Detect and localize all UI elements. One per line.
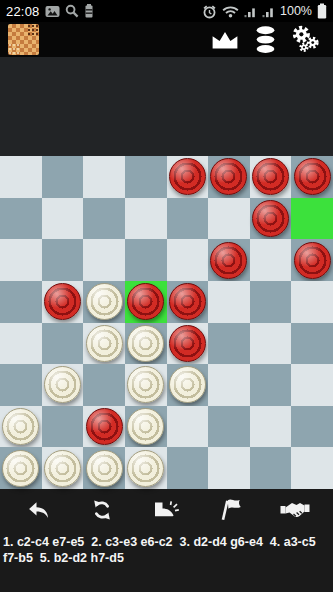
settings-gears-icon <box>291 25 320 54</box>
square-b5[interactable] <box>42 281 84 323</box>
square-h2[interactable] <box>291 406 333 448</box>
search-notification-icon <box>65 4 79 18</box>
red-piece-g8[interactable] <box>252 158 289 195</box>
square-e7[interactable] <box>167 198 209 240</box>
wifi-icon <box>222 5 239 18</box>
white-piece-e3[interactable] <box>169 366 206 403</box>
white-piece-d1[interactable] <box>127 450 164 487</box>
square-c2[interactable] <box>83 406 125 448</box>
white-piece-d2[interactable] <box>127 408 164 445</box>
move-list-line2: f7-b5 5. b2-d2 h7-d5 <box>3 550 330 566</box>
square-f8[interactable] <box>208 156 250 198</box>
bottom-action-bar <box>0 489 333 530</box>
battery-saver-notification-icon <box>84 4 94 18</box>
resign-button[interactable] <box>208 492 254 528</box>
image-notification-icon <box>45 5 60 18</box>
square-g6[interactable] <box>250 239 292 281</box>
red-piece-c2[interactable] <box>86 408 123 445</box>
white-piece-c4[interactable] <box>86 325 123 362</box>
square-b1[interactable] <box>42 447 84 489</box>
square-g4[interactable] <box>250 323 292 365</box>
red-piece-e8[interactable] <box>169 158 206 195</box>
white-piece-a2[interactable] <box>2 408 39 445</box>
kick-boot-icon <box>152 499 180 521</box>
square-d2[interactable] <box>125 406 167 448</box>
red-piece-e5[interactable] <box>169 283 206 320</box>
square-h5[interactable] <box>291 281 333 323</box>
square-b8[interactable] <box>42 156 84 198</box>
square-d7[interactable] <box>125 198 167 240</box>
crown-button[interactable] <box>205 24 245 56</box>
square-c3[interactable] <box>83 364 125 406</box>
red-piece-d5[interactable] <box>127 283 164 320</box>
flag-icon <box>218 497 244 523</box>
settings-button[interactable] <box>285 24 325 56</box>
square-c8[interactable] <box>83 156 125 198</box>
square-a6[interactable] <box>0 239 42 281</box>
square-f4[interactable] <box>208 323 250 365</box>
square-b6[interactable] <box>42 239 84 281</box>
square-f1[interactable] <box>208 447 250 489</box>
status-bar: 22:08 100% <box>0 0 333 22</box>
square-c7[interactable] <box>83 198 125 240</box>
handshake-icon <box>280 499 310 521</box>
red-piece-g7[interactable] <box>252 200 289 237</box>
square-g5[interactable] <box>250 281 292 323</box>
draw-offer-button[interactable] <box>272 492 318 528</box>
white-piece-d3[interactable] <box>127 366 164 403</box>
white-piece-a1[interactable] <box>2 450 39 487</box>
square-g1[interactable] <box>250 447 292 489</box>
square-d6[interactable] <box>125 239 167 281</box>
square-b4[interactable] <box>42 323 84 365</box>
square-e4[interactable] <box>167 323 209 365</box>
alarm-icon <box>202 4 217 19</box>
square-g2[interactable] <box>250 406 292 448</box>
move-list: 1. c2-c4 e7-e5 2. c3-e3 e6-c2 3. d2-d4 g… <box>0 530 333 566</box>
red-piece-h8[interactable] <box>294 158 331 195</box>
red-piece-f8[interactable] <box>210 158 247 195</box>
signal-sim2-icon <box>262 5 275 18</box>
square-e1[interactable] <box>167 447 209 489</box>
square-g3[interactable] <box>250 364 292 406</box>
square-b2[interactable] <box>42 406 84 448</box>
move-list-line1: 1. c2-c4 e7-e5 2. c3-e3 e6-c2 3. d2-d4 g… <box>3 534 330 550</box>
white-piece-c5[interactable] <box>86 283 123 320</box>
square-d5[interactable] <box>125 281 167 323</box>
red-piece-e4[interactable] <box>169 325 206 362</box>
white-piece-c1[interactable] <box>86 450 123 487</box>
square-h3[interactable] <box>291 364 333 406</box>
database-icon <box>253 25 278 55</box>
square-h4[interactable] <box>291 323 333 365</box>
square-a2[interactable] <box>0 406 42 448</box>
white-piece-b3[interactable] <box>44 366 81 403</box>
square-a7[interactable] <box>0 198 42 240</box>
restart-button[interactable] <box>79 492 125 528</box>
square-c4[interactable] <box>83 323 125 365</box>
upper-empty-panel <box>0 57 333 156</box>
white-piece-d4[interactable] <box>127 325 164 362</box>
square-g8[interactable] <box>250 156 292 198</box>
square-f3[interactable] <box>208 364 250 406</box>
white-piece-b1[interactable] <box>44 450 81 487</box>
app-screen: 22:08 100% <box>0 0 333 592</box>
app-toolbar <box>0 22 333 57</box>
square-e5[interactable] <box>167 281 209 323</box>
red-piece-h6[interactable] <box>294 242 331 279</box>
cycle-arrows-icon <box>90 497 114 523</box>
red-piece-b5[interactable] <box>44 283 81 320</box>
square-b3[interactable] <box>42 364 84 406</box>
undo-button[interactable] <box>15 492 61 528</box>
square-e8[interactable] <box>167 156 209 198</box>
square-d8[interactable] <box>125 156 167 198</box>
battery-percent: 100% <box>280 4 312 18</box>
square-f2[interactable] <box>208 406 250 448</box>
square-h6[interactable] <box>291 239 333 281</box>
square-f7[interactable] <box>208 198 250 240</box>
square-g7[interactable] <box>250 198 292 240</box>
square-c6[interactable] <box>83 239 125 281</box>
square-d4[interactable] <box>125 323 167 365</box>
square-h7[interactable] <box>291 198 333 240</box>
square-f5[interactable] <box>208 281 250 323</box>
square-e2[interactable] <box>167 406 209 448</box>
app-logo-checkerboard-icon <box>8 24 39 55</box>
red-piece-f6[interactable] <box>210 242 247 279</box>
square-f6[interactable] <box>208 239 250 281</box>
undo-arrow-icon <box>25 498 52 522</box>
square-e6[interactable] <box>167 239 209 281</box>
square-c5[interactable] <box>83 281 125 323</box>
square-c1[interactable] <box>83 447 125 489</box>
square-a5[interactable] <box>0 281 42 323</box>
square-h8[interactable] <box>291 156 333 198</box>
database-button[interactable] <box>245 24 285 56</box>
square-b7[interactable] <box>42 198 84 240</box>
square-d3[interactable] <box>125 364 167 406</box>
square-a8[interactable] <box>0 156 42 198</box>
square-e3[interactable] <box>167 364 209 406</box>
square-d1[interactable] <box>125 447 167 489</box>
clock-time: 22:08 <box>6 4 40 19</box>
kick-button[interactable] <box>143 492 189 528</box>
checkers-board <box>0 156 333 489</box>
signal-sim1-icon <box>244 5 257 18</box>
square-a4[interactable] <box>0 323 42 365</box>
square-h1[interactable] <box>291 447 333 489</box>
crown-icon <box>211 29 239 51</box>
square-a3[interactable] <box>0 364 42 406</box>
battery-icon <box>317 3 327 19</box>
square-a1[interactable] <box>0 447 42 489</box>
